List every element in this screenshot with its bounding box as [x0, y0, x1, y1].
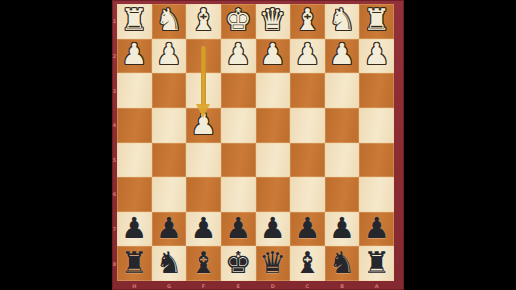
square-b8[interactable]: ♞: [325, 246, 360, 281]
square-a7[interactable]: ♟: [359, 212, 394, 247]
square-f5[interactable]: [186, 143, 221, 178]
square-c4[interactable]: [290, 108, 325, 143]
square-g2[interactable]: ♟: [152, 39, 187, 74]
black-pawn-a7: ♟: [364, 214, 390, 243]
square-g8[interactable]: ♞: [152, 246, 187, 281]
square-h1[interactable]: ♜: [117, 4, 152, 39]
white-queen-d1: ♛: [259, 5, 286, 35]
rank-label-8: 8: [112, 246, 117, 281]
white-pawn-c2: ♟: [294, 40, 320, 69]
black-pawn-h7: ♟: [121, 214, 147, 243]
chess-board: ♜♞♝♚♛♝♞♜♟♟♟♟♟♟♟♟♟♟♟♟♟♟♟♟♜♞♝♚♛♝♞♜ 1234567…: [112, 0, 404, 290]
square-c5[interactable]: [290, 143, 325, 178]
square-d4[interactable]: [256, 108, 291, 143]
square-h5[interactable]: [117, 143, 152, 178]
square-a5[interactable]: [359, 143, 394, 178]
square-e4[interactable]: [221, 108, 256, 143]
square-b4[interactable]: [325, 108, 360, 143]
rank-label-3: 3: [112, 73, 117, 108]
square-e3[interactable]: [221, 73, 256, 108]
square-e5[interactable]: [221, 143, 256, 178]
black-pawn-e7: ♟: [225, 214, 251, 243]
square-b5[interactable]: [325, 143, 360, 178]
square-a6[interactable]: [359, 177, 394, 212]
video-frame: ♜♞♝♚♛♝♞♜♟♟♟♟♟♟♟♟♟♟♟♟♟♟♟♟♜♞♝♚♛♝♞♜ 1234567…: [0, 0, 516, 290]
file-label-b: B: [325, 281, 360, 290]
square-f1[interactable]: ♝: [186, 4, 221, 39]
black-rook-a8: ♜: [363, 248, 390, 278]
square-c6[interactable]: [290, 177, 325, 212]
square-f7[interactable]: ♟: [186, 212, 221, 247]
square-g3[interactable]: [152, 73, 187, 108]
square-b6[interactable]: [325, 177, 360, 212]
file-label-a: A: [359, 281, 394, 290]
rank-label-4: 4: [112, 108, 117, 143]
file-label-c: C: [290, 281, 325, 290]
square-d2[interactable]: ♟: [256, 39, 291, 74]
white-pawn-d2: ♟: [260, 40, 286, 69]
square-b3[interactable]: [325, 73, 360, 108]
square-a8[interactable]: ♜: [359, 246, 394, 281]
square-b2[interactable]: ♟: [325, 39, 360, 74]
square-e1[interactable]: ♚: [221, 4, 256, 39]
white-bishop-f1: ♝: [190, 5, 217, 35]
square-c2[interactable]: ♟: [290, 39, 325, 74]
square-e8[interactable]: ♚: [221, 246, 256, 281]
white-pawn-a2: ♟: [364, 40, 390, 69]
square-c8[interactable]: ♝: [290, 246, 325, 281]
square-a4[interactable]: [359, 108, 394, 143]
square-d8[interactable]: ♛: [256, 246, 291, 281]
square-g7[interactable]: ♟: [152, 212, 187, 247]
square-c7[interactable]: ♟: [290, 212, 325, 247]
arrow-shaft: [201, 46, 206, 106]
rank-label-2: 2: [112, 39, 117, 74]
file-label-h: H: [117, 281, 152, 290]
file-label-g: G: [152, 281, 187, 290]
black-king-e8: ♚: [225, 248, 252, 278]
white-rook-a1: ♜: [363, 5, 390, 35]
square-d6[interactable]: [256, 177, 291, 212]
square-h2[interactable]: ♟: [117, 39, 152, 74]
white-pawn-g2: ♟: [156, 40, 182, 69]
square-h7[interactable]: ♟: [117, 212, 152, 247]
square-g5[interactable]: [152, 143, 187, 178]
black-queen-d8: ♛: [259, 248, 286, 278]
rank-labels: 12345678: [112, 4, 117, 281]
square-d7[interactable]: ♟: [256, 212, 291, 247]
square-h3[interactable]: [117, 73, 152, 108]
square-h8[interactable]: ♜: [117, 246, 152, 281]
black-bishop-c8: ♝: [294, 248, 321, 278]
square-e2[interactable]: ♟: [221, 39, 256, 74]
square-g6[interactable]: [152, 177, 187, 212]
square-g1[interactable]: ♞: [152, 4, 187, 39]
file-label-e: E: [221, 281, 256, 290]
square-d3[interactable]: [256, 73, 291, 108]
square-a1[interactable]: ♜: [359, 4, 394, 39]
board-squares: ♜♞♝♚♛♝♞♜♟♟♟♟♟♟♟♟♟♟♟♟♟♟♟♟♜♞♝♚♛♝♞♜: [117, 4, 394, 281]
square-b7[interactable]: ♟: [325, 212, 360, 247]
square-b1[interactable]: ♞: [325, 4, 360, 39]
square-c1[interactable]: ♝: [290, 4, 325, 39]
black-pawn-f7: ♟: [191, 214, 217, 243]
black-knight-g8: ♞: [155, 248, 182, 278]
rank-label-1: 1: [112, 4, 117, 39]
white-knight-g1: ♞: [155, 5, 182, 35]
arrow-head-icon: [196, 104, 210, 118]
square-c3[interactable]: [290, 73, 325, 108]
white-pawn-h2: ♟: [121, 40, 147, 69]
white-rook-h1: ♜: [121, 5, 148, 35]
square-f8[interactable]: ♝: [186, 246, 221, 281]
file-label-d: D: [256, 281, 291, 290]
square-a3[interactable]: [359, 73, 394, 108]
rank-label-5: 5: [112, 143, 117, 178]
white-bishop-c1: ♝: [294, 5, 321, 35]
black-pawn-d7: ♟: [260, 214, 286, 243]
black-knight-b8: ♞: [329, 248, 356, 278]
square-e6[interactable]: [221, 177, 256, 212]
black-pawn-g7: ♟: [156, 214, 182, 243]
black-bishop-f8: ♝: [190, 248, 217, 278]
square-e7[interactable]: ♟: [221, 212, 256, 247]
rank-label-7: 7: [112, 212, 117, 247]
white-king-e1: ♚: [225, 5, 252, 35]
file-label-f: F: [186, 281, 221, 290]
square-h6[interactable]: [117, 177, 152, 212]
square-h4[interactable]: [117, 108, 152, 143]
file-labels: HGFEDCBA: [117, 281, 394, 290]
black-pawn-c7: ♟: [294, 214, 320, 243]
black-pawn-b7: ♟: [329, 214, 355, 243]
white-knight-b1: ♞: [329, 5, 356, 35]
black-rook-h8: ♜: [121, 248, 148, 278]
square-f6[interactable]: [186, 177, 221, 212]
white-pawn-b2: ♟: [329, 40, 355, 69]
white-pawn-e2: ♟: [225, 40, 251, 69]
square-d5[interactable]: [256, 143, 291, 178]
square-a2[interactable]: ♟: [359, 39, 394, 74]
square-g4[interactable]: [152, 108, 187, 143]
square-d1[interactable]: ♛: [256, 4, 291, 39]
rank-label-6: 6: [112, 177, 117, 212]
